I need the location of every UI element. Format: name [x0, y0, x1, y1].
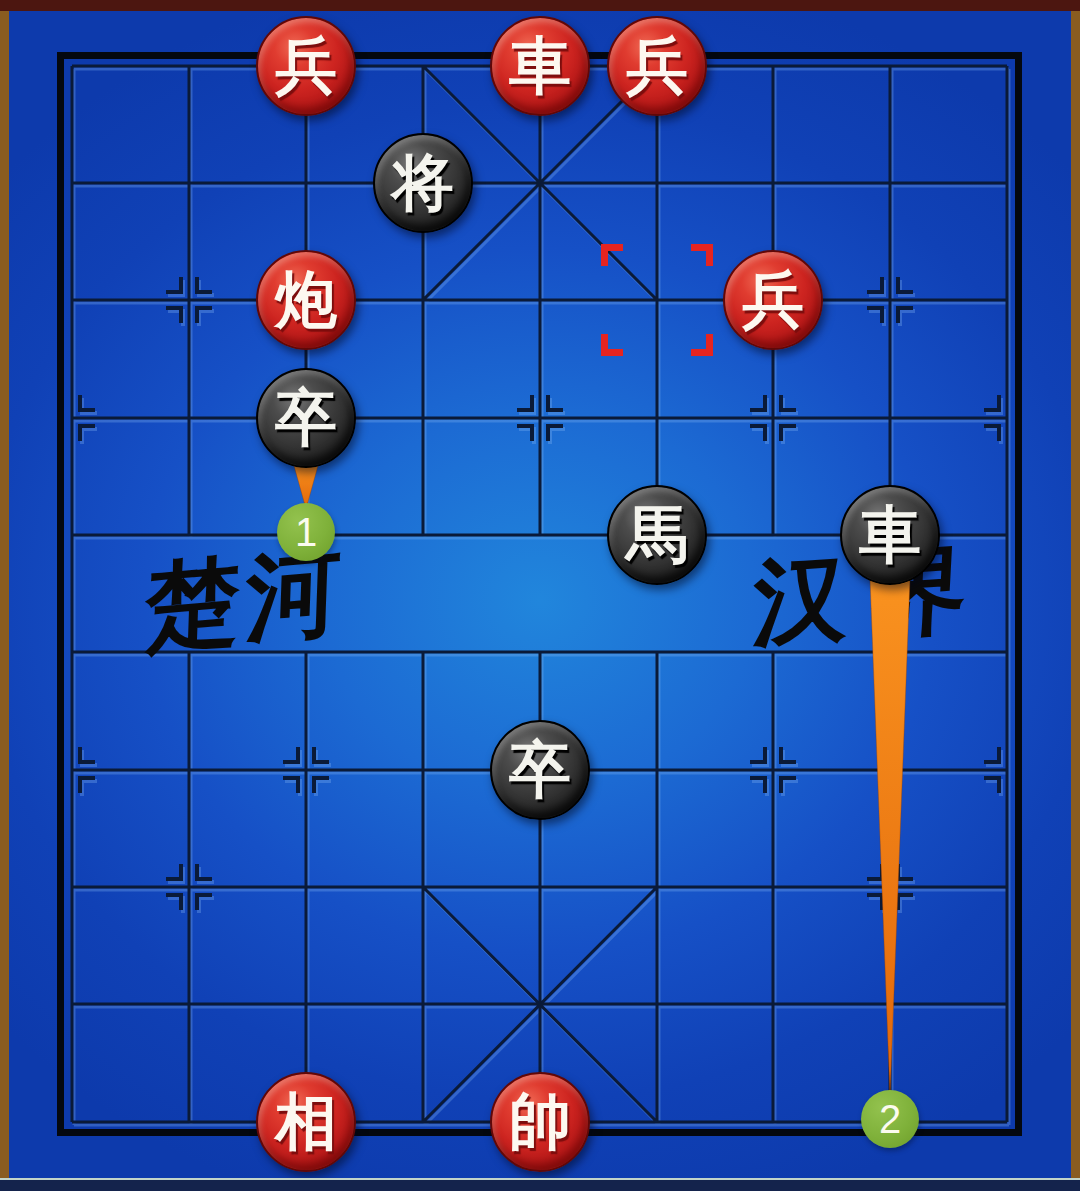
piece-black-soldier[interactable]: 卒	[490, 720, 590, 820]
piece-red-chariot[interactable]: 車	[490, 16, 590, 116]
piece-glyph: 卒	[509, 720, 571, 820]
move-arrows	[0, 0, 1080, 1191]
piece-glyph: 兵	[742, 250, 804, 350]
move-arrow-1	[293, 462, 319, 509]
xiangqi-board[interactable]: 楚河 汉界 兵車兵将炮兵卒馬車卒相帥 12	[0, 0, 1080, 1191]
move-suggestion-badge-1[interactable]: 1	[277, 503, 335, 561]
move-suggestion-badge-2[interactable]: 2	[861, 1090, 919, 1148]
move-arrow-2	[870, 579, 910, 1096]
piece-black-soldier[interactable]: 卒	[256, 368, 356, 468]
piece-glyph: 帥	[509, 1072, 571, 1172]
piece-glyph: 相	[275, 1072, 337, 1172]
bracket-corner	[335, 237, 369, 271]
piece-glyph: 馬	[626, 485, 688, 585]
piece-glyph: 卒	[275, 368, 337, 468]
badge-number: 1	[295, 503, 317, 561]
piece-red-general[interactable]: 帥	[490, 1072, 590, 1172]
piece-black-general[interactable]: 将	[373, 133, 473, 233]
piece-red-elephant[interactable]: 相	[256, 1072, 356, 1172]
piece-red-soldier[interactable]: 兵	[256, 16, 356, 116]
frame-left-edge	[0, 0, 9, 1191]
frame-bottom-edge	[0, 1178, 1080, 1191]
frame-top-edge	[0, 0, 1080, 11]
piece-glyph: 将	[392, 133, 454, 233]
piece-black-chariot[interactable]: 車	[840, 485, 940, 585]
piece-glyph: 車	[509, 16, 571, 116]
piece-red-soldier[interactable]: 兵	[607, 16, 707, 116]
bracket-corner	[243, 237, 277, 271]
piece-glyph: 車	[859, 485, 921, 585]
frame-right-edge	[1071, 0, 1080, 1191]
selected-piece-brackets	[243, 237, 369, 363]
bracket-corner	[335, 329, 369, 363]
bracket-corner	[243, 329, 277, 363]
piece-red-soldier[interactable]: 兵	[723, 250, 823, 350]
piece-glyph: 兵	[626, 16, 688, 116]
piece-glyph: 兵	[275, 16, 337, 116]
piece-black-horse[interactable]: 馬	[607, 485, 707, 585]
badge-number: 2	[879, 1090, 901, 1148]
